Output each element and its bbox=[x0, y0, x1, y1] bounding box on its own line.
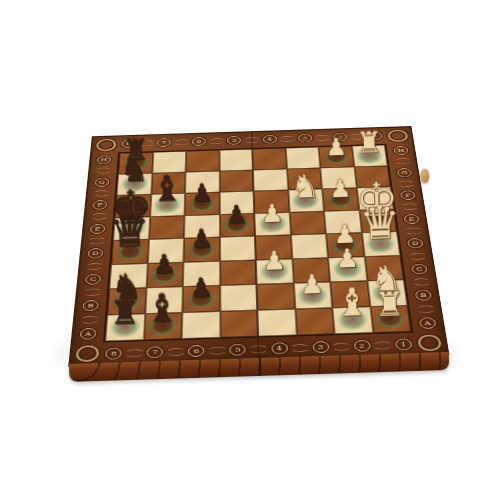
queen-glyph-icon: ♛ bbox=[359, 200, 401, 247]
pawn-glyph-icon: ♟ bbox=[329, 176, 352, 201]
rook-glyph-icon: ♜ bbox=[375, 287, 406, 321]
pawn-glyph-icon: ♟ bbox=[300, 271, 324, 298]
bishop-glyph-icon: ♝ bbox=[145, 289, 181, 329]
pawn-glyph-icon: ♟ bbox=[190, 181, 213, 206]
pawn-glyph-icon: ♟ bbox=[153, 251, 177, 277]
rook-glyph-icon: ♜ bbox=[356, 128, 383, 158]
pawn-glyph-icon: ♟ bbox=[190, 226, 213, 252]
pawn-glyph-icon: ♟ bbox=[260, 201, 283, 227]
bishop-glyph-icon: ♝ bbox=[151, 171, 184, 207]
pawn-glyph-icon: ♟ bbox=[225, 202, 248, 228]
knight-glyph-icon: ♞ bbox=[290, 170, 320, 203]
pieces-layer: ♜♟♜♞♝♟♞♟♚♟♟♚♛♟♟♛♟♟♟♞♟♟♞♜♝♝♜ bbox=[68, 126, 449, 367]
clasp-knob bbox=[420, 169, 429, 183]
rook-glyph-icon: ♜ bbox=[109, 296, 140, 330]
wooden-board: 87654321 87654321 HGFEDCBA HGFEDCBA ♜♟♜♞… bbox=[68, 126, 449, 367]
pawn-glyph-icon: ♟ bbox=[325, 135, 347, 159]
pawn-glyph-icon: ♟ bbox=[335, 245, 359, 271]
queen-glyph-icon: ♛ bbox=[108, 208, 150, 255]
apron-seam bbox=[259, 358, 262, 376]
bishop-glyph-icon: ♝ bbox=[334, 283, 370, 323]
pawn-glyph-icon: ♟ bbox=[189, 274, 213, 301]
chess-set-photo: 87654321 87654321 HGFEDCBA HGFEDCBA ♜♟♜♞… bbox=[76, 57, 435, 416]
pawn-glyph-icon: ♟ bbox=[262, 247, 286, 273]
